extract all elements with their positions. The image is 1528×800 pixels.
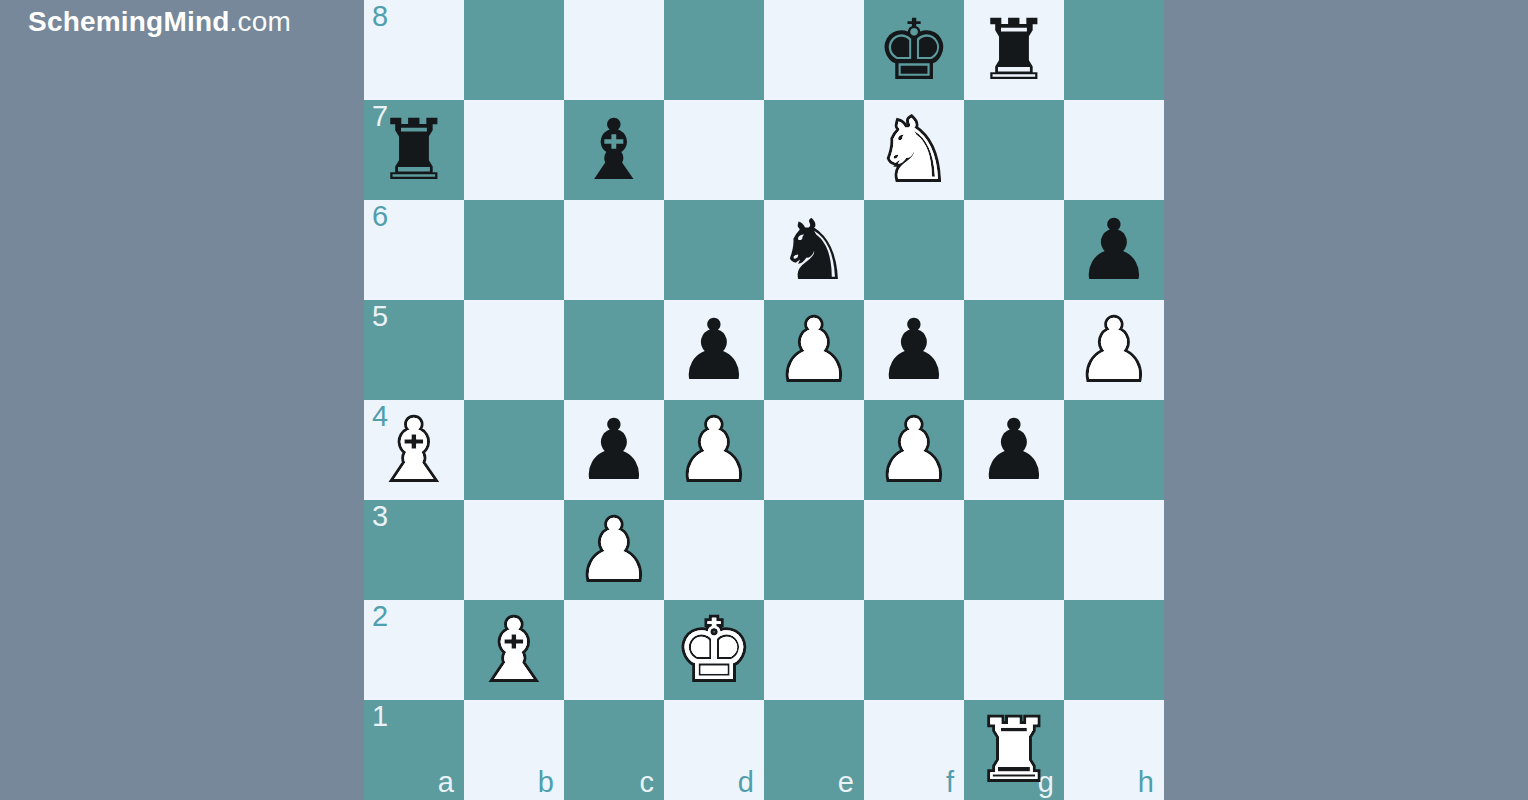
piece-white-bishop[interactable]: ♝: [364, 400, 464, 500]
square-f1[interactable]: f: [864, 700, 964, 800]
piece-white-pawn[interactable]: ♟: [864, 400, 964, 500]
square-c1[interactable]: c: [564, 700, 664, 800]
piece-white-pawn[interactable]: ♟: [664, 400, 764, 500]
piece-black-king[interactable]: ♚: [864, 0, 964, 100]
square-f8[interactable]: ♚: [864, 0, 964, 100]
square-d3[interactable]: [664, 500, 764, 600]
square-a4[interactable]: 4♝: [364, 400, 464, 500]
piece-black-bishop[interactable]: ♝: [564, 100, 664, 200]
square-e5[interactable]: ♟: [764, 300, 864, 400]
file-label-f: f: [946, 767, 954, 797]
square-a8[interactable]: 8: [364, 0, 464, 100]
square-c6[interactable]: [564, 200, 664, 300]
square-a1[interactable]: 1a: [364, 700, 464, 800]
piece-white-pawn[interactable]: ♟: [564, 500, 664, 600]
site-logo-suffix: .com: [230, 6, 291, 37]
square-c7[interactable]: ♝: [564, 100, 664, 200]
square-h6[interactable]: ♟: [1064, 200, 1164, 300]
square-e6[interactable]: ♞: [764, 200, 864, 300]
square-d8[interactable]: [664, 0, 764, 100]
square-g5[interactable]: [964, 300, 1064, 400]
rank-label-8: 8: [372, 1, 388, 33]
piece-black-knight[interactable]: ♞: [764, 200, 864, 300]
square-b4[interactable]: [464, 400, 564, 500]
square-b6[interactable]: [464, 200, 564, 300]
rank-label-6: 6: [372, 201, 388, 233]
piece-black-pawn[interactable]: ♟: [864, 300, 964, 400]
square-g2[interactable]: [964, 600, 1064, 700]
square-g8[interactable]: ♜: [964, 0, 1064, 100]
square-c4[interactable]: ♟: [564, 400, 664, 500]
piece-white-rook[interactable]: ♜: [964, 700, 1064, 800]
square-g6[interactable]: [964, 200, 1064, 300]
square-c5[interactable]: [564, 300, 664, 400]
square-a6[interactable]: 6: [364, 200, 464, 300]
file-label-e: e: [838, 767, 854, 797]
square-e8[interactable]: [764, 0, 864, 100]
square-a5[interactable]: 5: [364, 300, 464, 400]
piece-white-pawn[interactable]: ♟: [1064, 300, 1164, 400]
square-d6[interactable]: [664, 200, 764, 300]
square-h2[interactable]: [1064, 600, 1164, 700]
file-label-b: b: [538, 767, 554, 797]
square-a2[interactable]: 2: [364, 600, 464, 700]
page: SchemingMind.com 8♚♜7♜♝♞6♞♟5♟♟♟♟4♝♟♟♟♟3♟…: [0, 0, 1528, 800]
square-c8[interactable]: [564, 0, 664, 100]
square-e2[interactable]: [764, 600, 864, 700]
piece-black-pawn[interactable]: ♟: [664, 300, 764, 400]
square-c2[interactable]: [564, 600, 664, 700]
square-d1[interactable]: d: [664, 700, 764, 800]
square-f5[interactable]: ♟: [864, 300, 964, 400]
square-g1[interactable]: g♜: [964, 700, 1064, 800]
square-b7[interactable]: [464, 100, 564, 200]
piece-white-pawn[interactable]: ♟: [764, 300, 864, 400]
square-d7[interactable]: [664, 100, 764, 200]
piece-black-pawn[interactable]: ♟: [964, 400, 1064, 500]
file-label-d: d: [738, 767, 754, 797]
piece-black-pawn[interactable]: ♟: [564, 400, 664, 500]
rank-label-1: 1: [372, 701, 388, 733]
square-h4[interactable]: [1064, 400, 1164, 500]
square-f6[interactable]: [864, 200, 964, 300]
square-d2[interactable]: ♚: [664, 600, 764, 700]
square-g3[interactable]: [964, 500, 1064, 600]
square-b3[interactable]: [464, 500, 564, 600]
piece-white-bishop[interactable]: ♝: [464, 600, 564, 700]
square-b1[interactable]: b: [464, 700, 564, 800]
square-f2[interactable]: [864, 600, 964, 700]
square-g7[interactable]: [964, 100, 1064, 200]
square-h1[interactable]: h: [1064, 700, 1164, 800]
piece-black-rook[interactable]: ♜: [364, 100, 464, 200]
piece-black-pawn[interactable]: ♟: [1064, 200, 1164, 300]
site-logo-brand: SchemingMind: [28, 6, 230, 37]
square-f7[interactable]: ♞: [864, 100, 964, 200]
square-e1[interactable]: e: [764, 700, 864, 800]
rank-label-3: 3: [372, 501, 388, 533]
file-label-c: c: [640, 767, 655, 797]
square-h3[interactable]: [1064, 500, 1164, 600]
square-e3[interactable]: [764, 500, 864, 600]
square-g4[interactable]: ♟: [964, 400, 1064, 500]
square-h7[interactable]: [1064, 100, 1164, 200]
piece-white-king[interactable]: ♚: [664, 600, 764, 700]
square-e7[interactable]: [764, 100, 864, 200]
square-f3[interactable]: [864, 500, 964, 600]
square-d5[interactable]: ♟: [664, 300, 764, 400]
file-label-h: h: [1138, 767, 1154, 797]
rank-label-5: 5: [372, 301, 388, 333]
piece-white-knight[interactable]: ♞: [864, 100, 964, 200]
square-e4[interactable]: [764, 400, 864, 500]
chess-board[interactable]: 8♚♜7♜♝♞6♞♟5♟♟♟♟4♝♟♟♟♟3♟2♝♚1abcdefg♜h: [364, 0, 1164, 800]
piece-black-rook[interactable]: ♜: [964, 0, 1064, 100]
square-c3[interactable]: ♟: [564, 500, 664, 600]
square-a3[interactable]: 3: [364, 500, 464, 600]
square-h8[interactable]: [1064, 0, 1164, 100]
square-b8[interactable]: [464, 0, 564, 100]
square-d4[interactable]: ♟: [664, 400, 764, 500]
file-label-a: a: [438, 767, 454, 797]
square-h5[interactable]: ♟: [1064, 300, 1164, 400]
square-b2[interactable]: ♝: [464, 600, 564, 700]
site-logo: SchemingMind.com: [28, 6, 291, 38]
square-b5[interactable]: [464, 300, 564, 400]
square-a7[interactable]: 7♜: [364, 100, 464, 200]
rank-label-2: 2: [372, 601, 388, 633]
square-f4[interactable]: ♟: [864, 400, 964, 500]
